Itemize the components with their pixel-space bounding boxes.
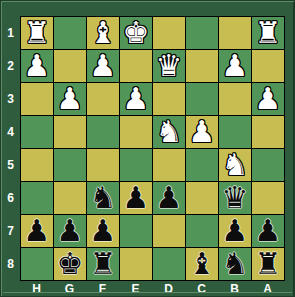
square-a8[interactable]: ♜	[252, 248, 284, 280]
square-c7[interactable]	[186, 215, 218, 247]
rank-label-2: 2	[1, 49, 20, 82]
square-c4[interactable]: ♟	[186, 116, 218, 148]
rank-label-1: 1	[1, 16, 20, 49]
square-g4[interactable]	[54, 116, 86, 148]
square-g7[interactable]: ♟	[54, 215, 86, 247]
square-h4[interactable]	[21, 116, 53, 148]
piece-black-knight: ♞	[87, 182, 119, 214]
square-f4[interactable]	[87, 116, 119, 148]
square-b1[interactable]	[219, 17, 251, 49]
piece-black-pawn: ♟	[219, 215, 251, 247]
piece-white-king: ♚	[120, 17, 152, 49]
file-label-a: A	[251, 282, 284, 296]
square-h3[interactable]	[21, 83, 53, 115]
chess-board[interactable]: ♜♝♚♜♟♟♛♟♟♟♟♞♟♞♞♟♟♛♟♟♟♟♟♚♜♝♞♜	[20, 16, 285, 281]
square-d6[interactable]: ♟	[153, 182, 185, 214]
file-label-c: C	[185, 282, 218, 296]
piece-black-rook: ♜	[252, 248, 284, 280]
square-h7[interactable]: ♟	[21, 215, 53, 247]
piece-white-pawn: ♟	[21, 50, 53, 82]
rank-label-6: 6	[1, 181, 20, 214]
piece-white-pawn: ♟	[54, 83, 86, 115]
square-b6[interactable]: ♛	[219, 182, 251, 214]
file-label-d: D	[152, 282, 185, 296]
square-e8[interactable]	[120, 248, 152, 280]
square-d8[interactable]	[153, 248, 185, 280]
square-g8[interactable]: ♚	[54, 248, 86, 280]
rank-label-5: 5	[1, 148, 20, 181]
square-f3[interactable]	[87, 83, 119, 115]
square-c3[interactable]	[186, 83, 218, 115]
chess-board-frame: 12345678 ♜♝♚♜♟♟♛♟♟♟♟♞♟♞♞♟♟♛♟♟♟♟♟♚♜♝♞♜ HG…	[0, 0, 295, 297]
piece-black-rook: ♜	[87, 248, 119, 280]
square-f8[interactable]: ♜	[87, 248, 119, 280]
piece-white-bishop: ♝	[87, 17, 119, 49]
square-g6[interactable]	[54, 182, 86, 214]
square-a3[interactable]: ♟	[252, 83, 284, 115]
piece-black-king: ♚	[54, 248, 86, 280]
square-c5[interactable]	[186, 149, 218, 181]
file-label-f: F	[86, 282, 119, 296]
piece-white-knight: ♞	[153, 116, 185, 148]
square-f7[interactable]: ♟	[87, 215, 119, 247]
square-a4[interactable]	[252, 116, 284, 148]
piece-white-pawn: ♟	[219, 50, 251, 82]
square-h1[interactable]: ♜	[21, 17, 53, 49]
square-d1[interactable]	[153, 17, 185, 49]
square-c6[interactable]	[186, 182, 218, 214]
square-d4[interactable]: ♞	[153, 116, 185, 148]
piece-black-bishop: ♝	[186, 248, 218, 280]
square-f5[interactable]	[87, 149, 119, 181]
square-a5[interactable]	[252, 149, 284, 181]
square-f2[interactable]: ♟	[87, 50, 119, 82]
file-label-h: H	[20, 282, 53, 296]
square-c2[interactable]	[186, 50, 218, 82]
rank-label-3: 3	[1, 82, 20, 115]
file-label-b: B	[218, 282, 251, 296]
rank-labels: 12345678	[1, 16, 20, 282]
square-g2[interactable]	[54, 50, 86, 82]
piece-white-rook: ♜	[21, 17, 53, 49]
square-a6[interactable]	[252, 182, 284, 214]
square-h5[interactable]	[21, 149, 53, 181]
frame-bevel-line	[3, 292, 292, 293]
rank-label-7: 7	[1, 214, 20, 247]
square-h2[interactable]: ♟	[21, 50, 53, 82]
square-b4[interactable]	[219, 116, 251, 148]
square-e2[interactable]	[120, 50, 152, 82]
square-h6[interactable]	[21, 182, 53, 214]
square-e5[interactable]	[120, 149, 152, 181]
piece-white-queen: ♛	[153, 50, 185, 82]
square-b3[interactable]	[219, 83, 251, 115]
piece-white-pawn: ♟	[120, 83, 152, 115]
piece-black-pawn: ♟	[153, 182, 185, 214]
square-e6[interactable]: ♟	[120, 182, 152, 214]
piece-black-pawn: ♟	[54, 215, 86, 247]
piece-black-queen: ♛	[219, 182, 251, 214]
square-g5[interactable]	[54, 149, 86, 181]
piece-white-pawn: ♟	[252, 83, 284, 115]
piece-white-knight: ♞	[219, 149, 251, 181]
rank-label-4: 4	[1, 115, 20, 148]
file-label-e: E	[119, 282, 152, 296]
square-g1[interactable]	[54, 17, 86, 49]
square-b5[interactable]: ♞	[219, 149, 251, 181]
square-a1[interactable]: ♜	[252, 17, 284, 49]
square-d2[interactable]: ♛	[153, 50, 185, 82]
square-e1[interactable]: ♚	[120, 17, 152, 49]
square-a7[interactable]: ♟	[252, 215, 284, 247]
square-b7[interactable]: ♟	[219, 215, 251, 247]
square-d5[interactable]	[153, 149, 185, 181]
piece-black-pawn: ♟	[252, 215, 284, 247]
square-b8[interactable]: ♞	[219, 248, 251, 280]
piece-black-knight: ♞	[219, 248, 251, 280]
piece-black-pawn: ♟	[87, 215, 119, 247]
square-e4[interactable]	[120, 116, 152, 148]
square-e3[interactable]: ♟	[120, 83, 152, 115]
square-f1[interactable]: ♝	[87, 17, 119, 49]
square-c1[interactable]	[186, 17, 218, 49]
piece-white-rook: ♜	[252, 17, 284, 49]
square-f6[interactable]: ♞	[87, 182, 119, 214]
square-a2[interactable]	[252, 50, 284, 82]
square-c8[interactable]: ♝	[186, 248, 218, 280]
square-h8[interactable]	[21, 248, 53, 280]
square-d7[interactable]	[153, 215, 185, 247]
square-g3[interactable]: ♟	[54, 83, 86, 115]
piece-white-pawn: ♟	[87, 50, 119, 82]
piece-black-pawn: ♟	[120, 182, 152, 214]
square-d3[interactable]	[153, 83, 185, 115]
piece-white-pawn: ♟	[186, 116, 218, 148]
square-b2[interactable]: ♟	[219, 50, 251, 82]
rank-label-8: 8	[1, 247, 20, 280]
file-label-g: G	[53, 282, 86, 296]
square-e7[interactable]	[120, 215, 152, 247]
piece-black-pawn: ♟	[21, 215, 53, 247]
file-labels: HGFEDCBA	[20, 282, 286, 296]
